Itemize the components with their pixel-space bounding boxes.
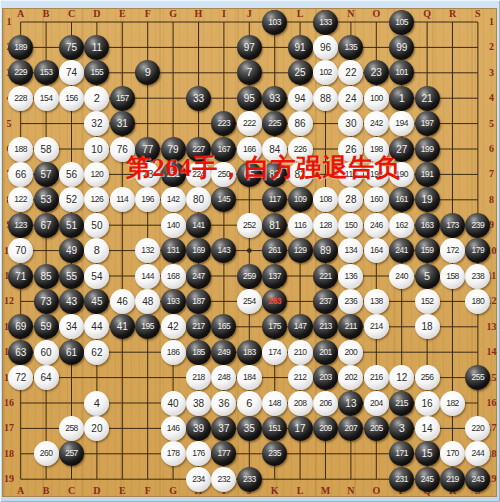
stone-number: 189 (14, 35, 27, 60)
stone-B4: 154 (34, 86, 59, 111)
stone-number: 238 (472, 264, 485, 289)
stone-G6: 79 (161, 137, 186, 162)
stone-number: 252 (243, 213, 256, 238)
stone-number: 55 (66, 264, 77, 289)
stone-number: 214 (370, 314, 383, 339)
coord-label: R (449, 9, 456, 19)
stone-A2: 189 (8, 35, 33, 60)
stone-M16: 206 (313, 391, 338, 416)
stone-M10: 89 (313, 238, 338, 263)
stone-number: 27 (396, 137, 407, 162)
stone-number: 31 (117, 111, 128, 136)
stone-number: 203 (319, 365, 332, 390)
go-game-record: AABBCCDDEEFFGGHHIIJJKKLLMMNNOOPPQQRRSS11… (0, 0, 500, 502)
stone-number: 191 (421, 162, 434, 187)
stone-Q10: 159 (415, 238, 440, 263)
stone-B9: 67 (34, 213, 59, 238)
stone-O16: 204 (364, 391, 389, 416)
coord-label: E (119, 486, 126, 496)
stone-number: 94 (295, 86, 306, 111)
stone-D14: 62 (84, 340, 109, 365)
coord-label: 6 (489, 144, 494, 154)
stone-number: 67 (41, 213, 52, 238)
coord-label: 16 (4, 398, 14, 408)
stone-number: 123 (14, 213, 27, 238)
stone-I19: 232 (211, 467, 236, 492)
coord-label: Q (423, 9, 431, 19)
stone-number: 40 (168, 391, 179, 416)
stone-number: 250 (218, 162, 231, 187)
stone-number: 60 (41, 340, 52, 365)
stone-H19: 234 (186, 467, 211, 492)
coord-label: A (17, 486, 24, 496)
stone-K6: 84 (262, 137, 287, 162)
stone-number: 256 (421, 365, 434, 390)
stone-L5: 86 (288, 111, 313, 136)
stone-Q9: 163 (415, 213, 440, 238)
stone-number: 137 (268, 264, 281, 289)
stone-R19: 219 (440, 467, 465, 492)
coord-label: L (297, 486, 304, 496)
stone-number: 36 (218, 391, 229, 416)
coord-label: B (43, 486, 50, 496)
stone-I14: 249 (211, 340, 236, 365)
stone-number: 226 (294, 137, 307, 162)
coord-label: N (347, 9, 354, 19)
stone-number: 171 (395, 441, 408, 466)
stone-K14: 174 (262, 340, 287, 365)
stone-number: 197 (421, 111, 434, 136)
stone-Q16: 16 (415, 391, 440, 416)
stone-A9: 123 (8, 213, 33, 238)
stone-number: 163 (421, 213, 434, 238)
stone-number: 79 (168, 137, 179, 162)
stone-number: 1 (399, 86, 405, 111)
coord-label: C (68, 486, 75, 496)
stone-number: 202 (345, 365, 358, 390)
stone-number: 208 (294, 391, 307, 416)
stone-number: 62 (91, 340, 102, 365)
stone-O3: 23 (364, 60, 389, 85)
stone-M14: 201 (313, 340, 338, 365)
stone-number: 227 (192, 137, 205, 162)
stone-K4: 93 (262, 86, 287, 111)
stone-L6: 226 (288, 137, 313, 162)
coord-label: J (247, 9, 252, 19)
stone-P2: 99 (389, 35, 414, 60)
stone-number: 224 (192, 162, 205, 187)
stone-number: 32 (91, 111, 102, 136)
stone-number: 21 (422, 86, 433, 111)
stone-number: 65 (244, 162, 255, 187)
stone-number: 133 (319, 10, 332, 35)
stone-G9: 140 (161, 213, 186, 238)
coord-label: I (222, 9, 226, 19)
stone-B11: 85 (34, 264, 59, 289)
stone-number: 11 (92, 35, 102, 60)
stone-K7: 83 (262, 162, 287, 187)
stone-number: 101 (395, 60, 408, 85)
stone-H10: 169 (186, 238, 211, 263)
stone-number: 39 (193, 416, 204, 441)
stone-number: 48 (142, 289, 153, 314)
stone-H17: 39 (186, 416, 211, 441)
stone-number: 249 (218, 340, 231, 365)
stone-P7: 190 (389, 162, 414, 187)
stone-number: 51 (66, 213, 77, 238)
stone-number: 258 (65, 416, 78, 441)
stone-F6: 77 (135, 137, 160, 162)
stone-J19: 233 (237, 467, 262, 492)
stone-number: 49 (66, 238, 77, 263)
coord-label: G (169, 486, 177, 496)
stone-number: 2 (94, 86, 100, 111)
stone-number: 164 (370, 238, 383, 263)
stone-number: 82 (295, 162, 306, 187)
stone-number: 109 (294, 187, 307, 212)
stone-number: 89 (320, 238, 331, 263)
stone-B14: 60 (34, 340, 59, 365)
stone-A4: 228 (8, 86, 33, 111)
stone-L10: 129 (288, 238, 313, 263)
coord-label: D (93, 9, 100, 19)
stone-number: 56 (66, 162, 77, 187)
stone-L15: 212 (288, 365, 313, 390)
stone-number: 234 (192, 467, 205, 492)
stone-number: 217 (192, 314, 205, 339)
stone-P6: 27 (389, 137, 414, 162)
stone-O15: 216 (364, 365, 389, 390)
stone-number: 182 (446, 391, 459, 416)
stone-number: 73 (41, 289, 52, 314)
stone-number: 207 (345, 416, 358, 441)
stone-number: 77 (142, 137, 153, 162)
stone-B15: 64 (34, 365, 59, 390)
stone-number: 243 (472, 467, 485, 492)
stone-number: 152 (421, 289, 434, 314)
stone-O4: 100 (364, 86, 389, 111)
stone-K16: 148 (262, 391, 287, 416)
stone-O13: 214 (364, 314, 389, 339)
stone-number: 116 (294, 213, 306, 238)
stone-number: 170 (446, 441, 459, 466)
stone-number: 120 (91, 162, 104, 187)
stone-number: 179 (472, 238, 485, 263)
coord-label: 4 (489, 93, 494, 103)
stone-E5: 31 (110, 111, 135, 136)
stone-G12: 193 (161, 289, 186, 314)
stone-A6: 188 (8, 137, 33, 162)
stone-E13: 41 (110, 314, 135, 339)
stone-L4: 94 (288, 86, 313, 111)
stone-number: 220 (472, 416, 485, 441)
stone-number: 142 (167, 187, 180, 212)
stone-Q8: 19 (415, 187, 440, 212)
stone-G14: 186 (161, 340, 186, 365)
stone-number: 188 (14, 137, 27, 162)
stone-O12: 138 (364, 289, 389, 314)
stone-number: 228 (14, 86, 27, 111)
stone-number: 153 (40, 60, 53, 85)
stone-number: 174 (268, 340, 281, 365)
stone-number: 236 (345, 289, 358, 314)
stone-L3: 25 (288, 60, 313, 85)
coord-label: 13 (487, 322, 497, 332)
stone-L9: 116 (288, 213, 313, 238)
stone-number: 239 (472, 213, 485, 238)
stone-number: 132 (141, 238, 154, 263)
stone-Q11: 5 (415, 264, 440, 289)
stone-J16: 6 (237, 391, 262, 416)
stone-number: 194 (395, 111, 408, 136)
stone-number: 99 (396, 35, 407, 60)
coord-label: 16 (487, 398, 497, 408)
coord-label: C (68, 9, 75, 19)
stone-number: 136 (345, 264, 358, 289)
stone-Q7: 191 (415, 162, 440, 187)
stone-number: 169 (192, 238, 205, 263)
stone-number: 22 (345, 60, 356, 85)
stone-P17: 3 (389, 416, 414, 441)
stone-number: 63 (15, 340, 26, 365)
stone-number: 128 (319, 213, 332, 238)
stone-D9: 50 (84, 213, 109, 238)
stone-R9: 173 (440, 213, 465, 238)
stone-number: 221 (319, 264, 332, 289)
stone-number: 78 (142, 162, 153, 187)
stone-number: 195 (141, 314, 154, 339)
stone-number: 222 (243, 111, 256, 136)
stone-number: 46 (117, 289, 128, 314)
stone-number: 151 (268, 416, 281, 441)
stone-number: 219 (446, 467, 459, 492)
stone-K11: 137 (262, 264, 287, 289)
stone-number: 105 (395, 10, 408, 35)
stone-number: 16 (422, 391, 433, 416)
coord-label: 1 (489, 17, 494, 27)
stone-number: 223 (218, 111, 231, 136)
stone-D6: 10 (84, 137, 109, 162)
stone-number: 218 (192, 365, 205, 390)
coord-label: N (347, 486, 354, 496)
stone-number: 102 (319, 60, 332, 85)
stone-number: 143 (218, 238, 231, 263)
stone-number: 229 (14, 60, 27, 85)
stone-number: 5 (424, 264, 430, 289)
stone-O17: 205 (364, 416, 389, 441)
stone-number: 20 (91, 416, 102, 441)
stone-number: 235 (268, 441, 281, 466)
stone-H16: 38 (186, 391, 211, 416)
stone-number: 237 (319, 289, 332, 314)
stone-number: 192 (370, 162, 383, 187)
stone-H7: 224 (186, 162, 211, 187)
stone-E12: 46 (110, 289, 135, 314)
coord-label: M (321, 486, 330, 496)
stone-F11: 144 (135, 264, 160, 289)
stone-J17: 35 (237, 416, 262, 441)
stone-number: 10 (91, 137, 102, 162)
stone-C7: 56 (59, 162, 84, 187)
stone-number: 251 (167, 162, 180, 187)
coord-label: 7 (489, 169, 494, 179)
stone-P9: 162 (389, 213, 414, 238)
stone-S19: 243 (465, 467, 490, 492)
stone-number: 145 (218, 187, 231, 212)
stone-F12: 48 (135, 289, 160, 314)
stone-number: 154 (40, 86, 53, 111)
stone-number: 184 (243, 365, 256, 390)
coord-label: 8 (489, 195, 494, 205)
stone-number: 76 (117, 137, 128, 162)
stone-L17: 17 (288, 416, 313, 441)
stone-J7: 65 (237, 162, 262, 187)
stone-number: 201 (319, 340, 332, 365)
stone-number: 100 (370, 86, 383, 111)
stone-L2: 91 (288, 35, 313, 60)
stone-Q13: 18 (415, 314, 440, 339)
stone-G10: 131 (161, 238, 186, 263)
coord-label: O (372, 486, 380, 496)
stone-K17: 151 (262, 416, 287, 441)
stone-number: 13 (345, 391, 356, 416)
stone-number: 216 (370, 365, 383, 390)
coord-label: 12 (4, 296, 14, 306)
stone-N16: 13 (338, 391, 363, 416)
coord-label: E (119, 9, 126, 19)
stone-C12: 43 (59, 289, 84, 314)
stone-number: 231 (395, 467, 408, 492)
stone-number: 97 (244, 35, 255, 60)
stone-K12: 263 (262, 289, 287, 314)
stone-number: 204 (370, 391, 383, 416)
stone-number: 66 (15, 162, 26, 187)
stone-R11: 158 (440, 264, 465, 289)
coord-label: O (372, 9, 380, 19)
stone-C14: 61 (59, 340, 84, 365)
stone-number: 85 (41, 264, 52, 289)
stone-number: 6 (246, 391, 252, 416)
stone-number: 129 (294, 238, 307, 263)
stone-number: 95 (244, 86, 255, 111)
stone-number: 146 (167, 416, 180, 441)
stone-O5: 242 (364, 111, 389, 136)
stone-number: 246 (370, 213, 383, 238)
stone-number: 61 (66, 340, 77, 365)
stone-number: 190 (395, 162, 408, 187)
stone-I16: 36 (211, 391, 236, 416)
stone-number: 108 (319, 187, 332, 212)
stone-number: 138 (370, 289, 383, 314)
stone-number: 141 (192, 213, 205, 238)
stone-number: 34 (66, 314, 77, 339)
stone-H11: 247 (186, 264, 211, 289)
stone-number: 212 (294, 365, 307, 390)
stone-S11: 238 (465, 264, 490, 289)
stone-J15: 184 (237, 365, 262, 390)
stone-B6: 58 (34, 137, 59, 162)
stone-number: 255 (472, 365, 485, 390)
stone-M4: 88 (313, 86, 338, 111)
stone-E8: 114 (110, 187, 135, 212)
stone-J5: 222 (237, 111, 262, 136)
stone-J12: 254 (237, 289, 262, 314)
stone-H4: 33 (186, 86, 211, 111)
stone-number: 75 (66, 35, 77, 60)
stone-number: 7 (246, 60, 252, 85)
stone-number: 248 (218, 365, 231, 390)
stone-number: 187 (192, 289, 205, 314)
stone-B13: 59 (34, 314, 59, 339)
stone-number: 213 (319, 314, 332, 339)
stone-number: 178 (167, 441, 180, 466)
stone-J4: 95 (237, 86, 262, 111)
stone-C11: 55 (59, 264, 84, 289)
stone-number: 114 (116, 187, 128, 212)
stone-H14: 185 (186, 340, 211, 365)
stone-number: 9 (145, 60, 151, 85)
stone-number: 247 (192, 264, 205, 289)
stone-P19: 231 (389, 467, 414, 492)
stone-number: 93 (269, 86, 280, 111)
stone-number: 173 (446, 213, 459, 238)
stone-G11: 168 (161, 264, 186, 289)
stone-number: 147 (294, 314, 307, 339)
stone-G7: 251 (161, 162, 186, 187)
stone-N11: 136 (338, 264, 363, 289)
stone-number: 261 (268, 238, 281, 263)
stone-number: 74 (66, 60, 77, 85)
coord-label: 5 (489, 119, 494, 129)
stone-number: 103 (268, 10, 281, 35)
stone-number: 148 (268, 391, 281, 416)
stone-number: 200 (345, 340, 358, 365)
stone-C2: 75 (59, 35, 84, 60)
stone-number: 206 (319, 391, 332, 416)
stone-S9: 239 (465, 213, 490, 238)
coord-label: B (43, 9, 50, 19)
stone-Q6: 199 (415, 137, 440, 162)
stone-O10: 164 (364, 238, 389, 263)
stone-number: 196 (141, 187, 154, 212)
stone-O8: 160 (364, 187, 389, 212)
stone-number: 23 (371, 60, 382, 85)
coord-label: H (195, 9, 203, 19)
stone-R16: 182 (440, 391, 465, 416)
stone-number: 134 (345, 238, 358, 263)
stone-number: 59 (41, 314, 52, 339)
stone-number: 180 (472, 289, 485, 314)
stone-number: 96 (320, 35, 331, 60)
stone-number: 150 (345, 213, 358, 238)
stone-number: 8 (94, 238, 100, 263)
coord-label: D (93, 486, 100, 496)
stone-A14: 63 (8, 340, 33, 365)
stone-J11: 259 (237, 264, 262, 289)
stone-number: 12 (396, 365, 407, 390)
coord-label: 17 (4, 423, 14, 433)
stone-number: 33 (193, 86, 204, 111)
stone-number: 210 (294, 340, 307, 365)
coord-label: K (271, 486, 279, 496)
stone-number: 4 (94, 391, 100, 416)
stone-O9: 246 (364, 213, 389, 238)
stone-number: 232 (218, 467, 231, 492)
coord-label: S (475, 9, 481, 19)
coord-label: A (17, 9, 24, 19)
coord-label: 3 (489, 68, 494, 78)
stone-L7: 82 (288, 162, 313, 187)
